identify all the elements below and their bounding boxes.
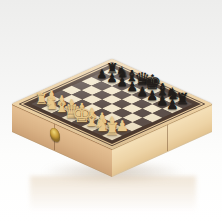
- fold-seam-right: [167, 125, 168, 151]
- product-photo-scene: ♜♞♝♛♚♝♞♜♟♟♟♟♟♟♟♟♟♟♟♟♟♟♟♟♜♞♝♛♚♝♞♜: [0, 0, 222, 222]
- floor-reflection: [30, 176, 196, 212]
- brass-latch-icon: [50, 126, 60, 143]
